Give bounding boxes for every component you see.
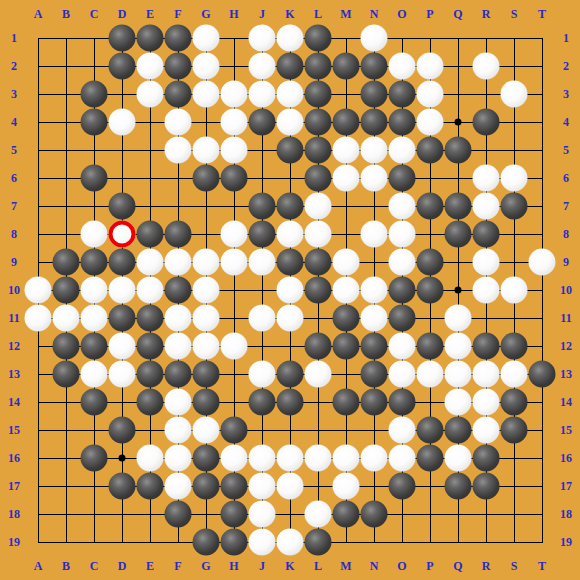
column-label-T: T	[538, 560, 546, 572]
white-stone-E2	[137, 53, 164, 80]
black-stone-O10	[389, 277, 416, 304]
black-stone-P5	[417, 137, 444, 164]
row-label-1: 1	[11, 32, 17, 44]
white-stone-A10	[25, 277, 52, 304]
black-stone-S15	[501, 417, 528, 444]
row-label-14: 14	[8, 396, 20, 408]
white-stone-P2	[417, 53, 444, 80]
column-label-M: M	[340, 8, 351, 20]
black-stone-D1	[109, 25, 136, 52]
black-stone-E11	[137, 305, 164, 332]
black-stone-K7	[277, 193, 304, 220]
column-label-G: G	[201, 560, 210, 572]
black-stone-H18	[221, 501, 248, 528]
white-stone-O7	[389, 193, 416, 220]
white-stone-F15	[165, 417, 192, 444]
white-stone-E3	[137, 81, 164, 108]
white-stone-M16	[333, 445, 360, 472]
black-stone-E8	[137, 221, 164, 248]
black-stone-T13	[529, 361, 556, 388]
black-stone-J4	[249, 109, 276, 136]
column-label-N: N	[370, 8, 379, 20]
white-stone-H5	[221, 137, 248, 164]
black-stone-N13	[361, 361, 388, 388]
white-stone-K17	[277, 473, 304, 500]
black-stone-D9	[109, 249, 136, 276]
black-stone-O11	[389, 305, 416, 332]
white-stone-K4	[277, 109, 304, 136]
column-label-D: D	[118, 560, 127, 572]
black-stone-F13	[165, 361, 192, 388]
white-stone-S13	[501, 361, 528, 388]
row-label-9: 9	[11, 256, 17, 268]
white-stone-J13	[249, 361, 276, 388]
black-stone-B12	[53, 333, 80, 360]
row-label-10: 10	[8, 284, 20, 296]
black-stone-C6	[81, 165, 108, 192]
column-label-K: K	[285, 8, 294, 20]
white-stone-G1	[193, 25, 220, 52]
black-stone-S14	[501, 389, 528, 416]
white-stone-N8	[361, 221, 388, 248]
white-stone-T9	[529, 249, 556, 276]
black-stone-N14	[361, 389, 388, 416]
black-stone-L19	[305, 529, 332, 556]
white-stone-R7	[473, 193, 500, 220]
black-stone-B10	[53, 277, 80, 304]
black-stone-L3	[305, 81, 332, 108]
white-stone-G12	[193, 333, 220, 360]
black-stone-P15	[417, 417, 444, 444]
black-stone-M18	[333, 501, 360, 528]
row-label-19: 19	[8, 536, 20, 548]
white-stone-N16	[361, 445, 388, 472]
white-stone-K1	[277, 25, 304, 52]
white-stone-H12	[221, 333, 248, 360]
row-label-4: 4	[563, 116, 569, 128]
black-stone-L10	[305, 277, 332, 304]
black-stone-P12	[417, 333, 444, 360]
black-stone-F8	[165, 221, 192, 248]
black-stone-N18	[361, 501, 388, 528]
white-stone-P4	[417, 109, 444, 136]
white-stone-J18	[249, 501, 276, 528]
black-stone-E1	[137, 25, 164, 52]
black-stone-C3	[81, 81, 108, 108]
white-stone-F5	[165, 137, 192, 164]
black-stone-S12	[501, 333, 528, 360]
column-label-B: B	[62, 8, 70, 20]
black-stone-B9	[53, 249, 80, 276]
white-stone-J9	[249, 249, 276, 276]
white-stone-F14	[165, 389, 192, 416]
white-stone-A11	[25, 305, 52, 332]
column-label-B: B	[62, 560, 70, 572]
white-stone-B11	[53, 305, 80, 332]
white-stone-N5	[361, 137, 388, 164]
black-stone-O17	[389, 473, 416, 500]
white-stone-Q14	[445, 389, 472, 416]
white-stone-E16	[137, 445, 164, 472]
row-label-18: 18	[560, 508, 572, 520]
black-stone-R16	[473, 445, 500, 472]
row-label-16: 16	[8, 452, 20, 464]
white-stone-L18	[305, 501, 332, 528]
white-stone-N1	[361, 25, 388, 52]
white-stone-D4	[109, 109, 136, 136]
column-label-N: N	[370, 560, 379, 572]
black-stone-H19	[221, 529, 248, 556]
black-stone-G19	[193, 529, 220, 556]
black-stone-O14	[389, 389, 416, 416]
black-stone-C4	[81, 109, 108, 136]
black-stone-H15	[221, 417, 248, 444]
black-stone-L9	[305, 249, 332, 276]
white-stone-K8	[277, 221, 304, 248]
white-stone-J2	[249, 53, 276, 80]
column-label-O: O	[397, 560, 406, 572]
white-stone-D10	[109, 277, 136, 304]
white-stone-G9	[193, 249, 220, 276]
white-stone-M17	[333, 473, 360, 500]
black-stone-C9	[81, 249, 108, 276]
black-stone-D17	[109, 473, 136, 500]
column-label-M: M	[340, 560, 351, 572]
white-stone-F9	[165, 249, 192, 276]
black-stone-R17	[473, 473, 500, 500]
white-stone-K16	[277, 445, 304, 472]
white-stone-E9	[137, 249, 164, 276]
white-stone-G11	[193, 305, 220, 332]
white-stone-J11	[249, 305, 276, 332]
white-stone-F11	[165, 305, 192, 332]
white-stone-M10	[333, 277, 360, 304]
row-label-5: 5	[11, 144, 17, 156]
black-stone-H17	[221, 473, 248, 500]
row-label-15: 15	[8, 424, 20, 436]
black-stone-L6	[305, 165, 332, 192]
black-stone-H6	[221, 165, 248, 192]
row-label-13: 13	[560, 368, 572, 380]
black-stone-M2	[333, 53, 360, 80]
column-label-P: P	[426, 560, 433, 572]
white-stone-S3	[501, 81, 528, 108]
black-stone-Q5	[445, 137, 472, 164]
column-label-Q: Q	[453, 560, 462, 572]
black-stone-F3	[165, 81, 192, 108]
white-stone-H16	[221, 445, 248, 472]
black-stone-Q15	[445, 417, 472, 444]
column-label-O: O	[397, 8, 406, 20]
row-label-11: 11	[560, 312, 571, 324]
row-label-1: 1	[563, 32, 569, 44]
column-label-F: F	[174, 560, 181, 572]
black-stone-M4	[333, 109, 360, 136]
row-label-12: 12	[8, 340, 20, 352]
white-stone-G3	[193, 81, 220, 108]
white-stone-N10	[361, 277, 388, 304]
row-label-6: 6	[563, 172, 569, 184]
white-stone-R6	[473, 165, 500, 192]
white-stone-O13	[389, 361, 416, 388]
row-label-17: 17	[8, 480, 20, 492]
row-label-9: 9	[563, 256, 569, 268]
black-stone-E13	[137, 361, 164, 388]
white-stone-K10	[277, 277, 304, 304]
column-label-L: L	[314, 560, 322, 572]
black-stone-N2	[361, 53, 388, 80]
white-stone-G2	[193, 53, 220, 80]
star-point	[455, 119, 462, 126]
black-stone-R12	[473, 333, 500, 360]
go-board-app: ABCDEFGHJKLMNOPQRST ABCDEFGHJKLMNOPQRST …	[0, 0, 580, 580]
black-stone-E14	[137, 389, 164, 416]
row-label-3: 3	[563, 88, 569, 100]
black-stone-F2	[165, 53, 192, 80]
column-label-R: R	[482, 8, 491, 20]
row-label-7: 7	[11, 200, 17, 212]
black-stone-G17	[193, 473, 220, 500]
white-stone-G5	[193, 137, 220, 164]
white-stone-H8	[221, 221, 248, 248]
row-label-8: 8	[563, 228, 569, 240]
white-stone-K19	[277, 529, 304, 556]
black-stone-G14	[193, 389, 220, 416]
white-stone-D12	[109, 333, 136, 360]
row-label-11: 11	[8, 312, 19, 324]
white-stone-K11	[277, 305, 304, 332]
column-label-J: J	[259, 560, 265, 572]
row-label-17: 17	[560, 480, 572, 492]
black-stone-D15	[109, 417, 136, 444]
column-label-S: S	[511, 8, 518, 20]
star-point	[119, 455, 126, 462]
black-stone-N4	[361, 109, 388, 136]
white-stone-N11	[361, 305, 388, 332]
white-stone-O2	[389, 53, 416, 80]
row-label-18: 18	[8, 508, 20, 520]
white-stone-R9	[473, 249, 500, 276]
white-stone-C13	[81, 361, 108, 388]
column-label-K: K	[285, 560, 294, 572]
white-stone-P13	[417, 361, 444, 388]
black-stone-J7	[249, 193, 276, 220]
column-label-R: R	[482, 560, 491, 572]
white-stone-L16	[305, 445, 332, 472]
black-stone-F1	[165, 25, 192, 52]
black-stone-K13	[277, 361, 304, 388]
white-stone-R15	[473, 417, 500, 444]
white-stone-M6	[333, 165, 360, 192]
white-stone-J3	[249, 81, 276, 108]
star-point	[455, 287, 462, 294]
black-stone-L5	[305, 137, 332, 164]
white-stone-K3	[277, 81, 304, 108]
row-label-14: 14	[560, 396, 572, 408]
black-stone-M12	[333, 333, 360, 360]
row-label-7: 7	[563, 200, 569, 212]
row-label-13: 13	[8, 368, 20, 380]
black-stone-J14	[249, 389, 276, 416]
black-stone-O4	[389, 109, 416, 136]
column-label-P: P	[426, 8, 433, 20]
black-stone-E12	[137, 333, 164, 360]
black-stone-C16	[81, 445, 108, 472]
black-stone-P16	[417, 445, 444, 472]
white-stone-S10	[501, 277, 528, 304]
white-stone-G10	[193, 277, 220, 304]
black-stone-L4	[305, 109, 332, 136]
black-stone-G16	[193, 445, 220, 472]
column-label-E: E	[146, 560, 154, 572]
white-stone-G15	[193, 417, 220, 444]
row-label-10: 10	[560, 284, 572, 296]
black-stone-D2	[109, 53, 136, 80]
white-stone-O8	[389, 221, 416, 248]
white-stone-O16	[389, 445, 416, 472]
column-label-L: L	[314, 8, 322, 20]
black-stone-G6	[193, 165, 220, 192]
black-stone-K9	[277, 249, 304, 276]
white-stone-R10	[473, 277, 500, 304]
row-label-8: 8	[11, 228, 17, 240]
black-stone-R8	[473, 221, 500, 248]
white-stone-H4	[221, 109, 248, 136]
white-stone-O12	[389, 333, 416, 360]
black-stone-M14	[333, 389, 360, 416]
row-label-16: 16	[560, 452, 572, 464]
black-stone-F10	[165, 277, 192, 304]
black-stone-N12	[361, 333, 388, 360]
column-label-A: A	[34, 560, 43, 572]
row-label-6: 6	[11, 172, 17, 184]
column-label-C: C	[90, 560, 99, 572]
white-stone-C8	[81, 221, 108, 248]
black-stone-N3	[361, 81, 388, 108]
black-stone-P7	[417, 193, 444, 220]
column-label-C: C	[90, 8, 99, 20]
black-stone-K2	[277, 53, 304, 80]
white-stone-O5	[389, 137, 416, 164]
white-stone-Q11	[445, 305, 472, 332]
row-label-4: 4	[11, 116, 17, 128]
column-label-H: H	[229, 560, 238, 572]
black-stone-O6	[389, 165, 416, 192]
black-stone-D7	[109, 193, 136, 220]
black-stone-Q7	[445, 193, 472, 220]
white-stone-O15	[389, 417, 416, 444]
black-stone-O3	[389, 81, 416, 108]
white-stone-Q13	[445, 361, 472, 388]
black-stone-K5	[277, 137, 304, 164]
white-stone-O9	[389, 249, 416, 276]
row-label-2: 2	[11, 60, 17, 72]
column-label-S: S	[511, 560, 518, 572]
black-stone-B13	[53, 361, 80, 388]
white-stone-R2	[473, 53, 500, 80]
column-label-F: F	[174, 8, 181, 20]
white-stone-S6	[501, 165, 528, 192]
white-stone-F4	[165, 109, 192, 136]
white-stone-Q12	[445, 333, 472, 360]
white-stone-J19	[249, 529, 276, 556]
black-stone-P9	[417, 249, 444, 276]
last-move-marker	[109, 221, 136, 248]
column-label-A: A	[34, 8, 43, 20]
white-stone-L13	[305, 361, 332, 388]
black-stone-Q17	[445, 473, 472, 500]
white-stone-C11	[81, 305, 108, 332]
black-stone-P10	[417, 277, 444, 304]
white-stone-M5	[333, 137, 360, 164]
white-stone-C10	[81, 277, 108, 304]
black-stone-C12	[81, 333, 108, 360]
white-stone-F17	[165, 473, 192, 500]
column-label-J: J	[259, 8, 265, 20]
black-stone-E17	[137, 473, 164, 500]
black-stone-J8	[249, 221, 276, 248]
white-stone-D13	[109, 361, 136, 388]
white-stone-F12	[165, 333, 192, 360]
white-stone-J1	[249, 25, 276, 52]
black-stone-S7	[501, 193, 528, 220]
white-stone-J16	[249, 445, 276, 472]
white-stone-L8	[305, 221, 332, 248]
black-stone-R4	[473, 109, 500, 136]
white-stone-F16	[165, 445, 192, 472]
white-stone-N6	[361, 165, 388, 192]
white-stone-P3	[417, 81, 444, 108]
black-stone-Q8	[445, 221, 472, 248]
black-stone-C14	[81, 389, 108, 416]
white-stone-L7	[305, 193, 332, 220]
column-label-E: E	[146, 8, 154, 20]
row-label-19: 19	[560, 536, 572, 548]
white-stone-H3	[221, 81, 248, 108]
white-stone-R13	[473, 361, 500, 388]
row-label-3: 3	[11, 88, 17, 100]
white-stone-R14	[473, 389, 500, 416]
black-stone-K14	[277, 389, 304, 416]
black-stone-L2	[305, 53, 332, 80]
black-stone-L12	[305, 333, 332, 360]
black-stone-L1	[305, 25, 332, 52]
column-label-D: D	[118, 8, 127, 20]
black-stone-D11	[109, 305, 136, 332]
row-label-5: 5	[563, 144, 569, 156]
white-stone-M9	[333, 249, 360, 276]
row-label-2: 2	[563, 60, 569, 72]
column-label-T: T	[538, 8, 546, 20]
white-stone-Q16	[445, 445, 472, 472]
white-stone-H9	[221, 249, 248, 276]
column-label-G: G	[201, 8, 210, 20]
column-label-H: H	[229, 8, 238, 20]
column-label-Q: Q	[453, 8, 462, 20]
row-label-12: 12	[560, 340, 572, 352]
black-stone-F18	[165, 501, 192, 528]
white-stone-J17	[249, 473, 276, 500]
black-stone-M11	[333, 305, 360, 332]
black-stone-G13	[193, 361, 220, 388]
white-stone-E10	[137, 277, 164, 304]
row-label-15: 15	[560, 424, 572, 436]
